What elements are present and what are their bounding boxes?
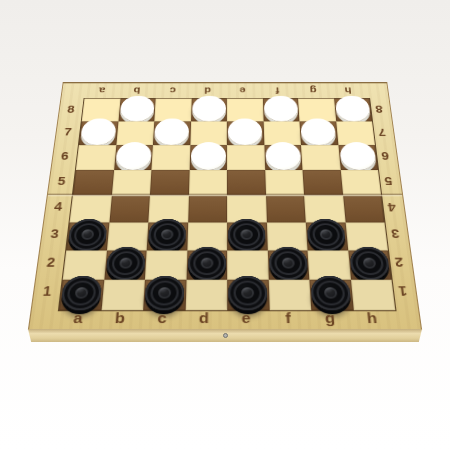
square-c7[interactable]: [153, 121, 191, 145]
square-f4[interactable]: [266, 196, 306, 223]
white-piece-g7[interactable]: [300, 119, 336, 146]
square-d4[interactable]: [188, 196, 227, 223]
square-g7[interactable]: [299, 121, 337, 145]
white-piece-e7[interactable]: [228, 119, 263, 146]
black-piece-a1[interactable]: [60, 276, 102, 310]
square-c5[interactable]: [150, 170, 189, 196]
square-e6[interactable]: [227, 145, 265, 170]
white-piece-c7[interactable]: [154, 119, 189, 146]
rank-label-left-5: 5: [48, 168, 75, 193]
square-b2[interactable]: [104, 250, 147, 279]
file-label-top-e: e: [225, 83, 260, 98]
rank-label-right-1: 1: [388, 276, 418, 306]
board-perspective-wrapper: abcdefgh abcdefgh 87654321 87654321: [28, 82, 422, 330]
file-label-top-a: a: [84, 83, 121, 98]
square-a6[interactable]: [76, 145, 116, 170]
file-label-bottom-d: d: [183, 306, 225, 329]
square-a5[interactable]: [73, 170, 114, 196]
square-c3[interactable]: [147, 222, 188, 250]
rank-label-right-6: 6: [372, 144, 398, 168]
checkers-board: abcdefgh abcdefgh 87654321 87654321: [28, 82, 422, 330]
white-piece-b6[interactable]: [115, 142, 152, 170]
file-label-bottom-f: f: [267, 306, 310, 329]
rank-label-left-3: 3: [41, 220, 69, 248]
file-label-top-h: h: [330, 83, 367, 98]
rank-label-left-7: 7: [55, 120, 81, 143]
white-piece-h8[interactable]: [335, 96, 371, 122]
square-a7[interactable]: [79, 121, 118, 145]
photo-background: abcdefgh abcdefgh 87654321 87654321: [0, 0, 450, 450]
rank-label-right-5: 5: [375, 168, 402, 193]
rank-label-right-8: 8: [366, 98, 391, 121]
square-g5[interactable]: [302, 170, 342, 196]
square-e3[interactable]: [227, 222, 267, 250]
file-label-top-c: c: [154, 83, 190, 98]
square-e7[interactable]: [227, 121, 264, 145]
rank-label-left-1: 1: [32, 276, 62, 306]
square-d5[interactable]: [188, 170, 227, 196]
white-piece-d8[interactable]: [192, 96, 226, 122]
rank-label-right-7: 7: [369, 120, 395, 143]
square-f2[interactable]: [267, 250, 309, 279]
board-front-edge: [28, 329, 422, 342]
square-b8[interactable]: [118, 99, 156, 122]
black-piece-f2[interactable]: [268, 247, 308, 280]
square-b5[interactable]: [111, 170, 151, 196]
black-piece-e3[interactable]: [228, 219, 266, 250]
rank-label-right-3: 3: [381, 220, 409, 248]
file-label-bottom-h: h: [350, 306, 394, 329]
file-label-top-b: b: [119, 83, 155, 98]
square-d8[interactable]: [191, 99, 227, 122]
rank-label-right-2: 2: [384, 248, 413, 277]
square-g3[interactable]: [306, 222, 348, 250]
black-piece-g1[interactable]: [310, 276, 351, 310]
square-f6[interactable]: [264, 145, 303, 170]
rank-label-right-4: 4: [378, 194, 406, 220]
file-labels-bottom: abcdefgh: [56, 306, 395, 329]
square-f5[interactable]: [265, 170, 304, 196]
white-piece-f8[interactable]: [264, 96, 299, 122]
playing-area: [58, 98, 397, 311]
square-d2[interactable]: [186, 250, 227, 279]
file-label-top-d: d: [190, 83, 225, 98]
square-g6[interactable]: [301, 145, 340, 170]
white-piece-b8[interactable]: [119, 96, 154, 122]
white-piece-d6[interactable]: [190, 142, 225, 170]
rank-label-left-2: 2: [36, 248, 65, 277]
black-piece-b2[interactable]: [105, 247, 145, 280]
black-piece-e1[interactable]: [228, 276, 267, 310]
square-c6[interactable]: [151, 145, 189, 170]
rank-label-left-6: 6: [52, 144, 78, 168]
white-piece-a7[interactable]: [80, 119, 117, 146]
black-piece-d2[interactable]: [187, 247, 225, 280]
file-label-bottom-b: b: [98, 306, 142, 329]
square-e5[interactable]: [227, 170, 266, 196]
file-labels-top: abcdefgh: [84, 83, 367, 98]
white-piece-h6[interactable]: [339, 142, 377, 170]
file-label-top-f: f: [260, 83, 296, 98]
square-f8[interactable]: [262, 99, 299, 122]
rank-label-left-8: 8: [58, 98, 83, 121]
file-label-bottom-g: g: [308, 306, 352, 329]
square-b6[interactable]: [114, 145, 153, 170]
file-label-bottom-e: e: [225, 306, 267, 329]
white-piece-f6[interactable]: [265, 142, 301, 170]
square-d6[interactable]: [189, 145, 227, 170]
black-piece-c3[interactable]: [148, 219, 187, 250]
file-label-top-g: g: [295, 83, 331, 98]
black-piece-a3[interactable]: [68, 219, 108, 250]
file-label-bottom-a: a: [56, 306, 100, 329]
clasp-pin-icon: [223, 333, 228, 338]
black-piece-g3[interactable]: [307, 219, 347, 250]
square-a3[interactable]: [66, 222, 109, 250]
rank-label-left-4: 4: [44, 194, 72, 220]
file-label-bottom-c: c: [140, 306, 183, 329]
square-b4[interactable]: [109, 196, 150, 223]
black-piece-c1[interactable]: [144, 276, 184, 310]
